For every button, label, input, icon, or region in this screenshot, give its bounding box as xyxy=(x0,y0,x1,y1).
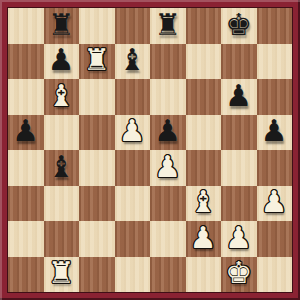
square-g8[interactable]: ♚ xyxy=(221,8,257,44)
square-e2[interactable] xyxy=(150,221,186,257)
square-g4[interactable] xyxy=(221,150,257,186)
black-pawn: ♟ xyxy=(261,116,288,146)
black-bishop: ♝ xyxy=(119,45,146,75)
square-c7[interactable]: ♜ xyxy=(79,44,115,80)
square-b2[interactable] xyxy=(44,221,80,257)
square-a3[interactable] xyxy=(8,186,44,222)
square-a1[interactable] xyxy=(8,257,44,293)
square-e8[interactable]: ♜ xyxy=(150,8,186,44)
square-c4[interactable] xyxy=(79,150,115,186)
square-d6[interactable] xyxy=(115,79,151,115)
chess-board-frame: ♜♜♚♟♜♝♝♟♟♟♟♟♝♟♝♟♟♟♜♚ xyxy=(0,0,300,300)
square-h4[interactable] xyxy=(257,150,293,186)
square-d7[interactable]: ♝ xyxy=(115,44,151,80)
white-king: ♚ xyxy=(225,258,252,288)
square-h8[interactable] xyxy=(257,8,293,44)
white-bishop: ♝ xyxy=(190,187,217,217)
square-d1[interactable] xyxy=(115,257,151,293)
square-e7[interactable] xyxy=(150,44,186,80)
square-a4[interactable] xyxy=(8,150,44,186)
square-a8[interactable] xyxy=(8,8,44,44)
square-b8[interactable]: ♜ xyxy=(44,8,80,44)
square-e3[interactable] xyxy=(150,186,186,222)
white-rook: ♜ xyxy=(48,258,75,288)
black-king: ♚ xyxy=(225,10,252,40)
square-e1[interactable] xyxy=(150,257,186,293)
black-rook: ♜ xyxy=(48,10,75,40)
square-f1[interactable] xyxy=(186,257,222,293)
white-pawn: ♟ xyxy=(154,152,181,182)
square-e6[interactable] xyxy=(150,79,186,115)
square-h2[interactable] xyxy=(257,221,293,257)
black-bishop: ♝ xyxy=(48,152,75,182)
square-c1[interactable] xyxy=(79,257,115,293)
square-g1[interactable]: ♚ xyxy=(221,257,257,293)
square-e5[interactable]: ♟ xyxy=(150,115,186,151)
square-c8[interactable] xyxy=(79,8,115,44)
black-pawn: ♟ xyxy=(154,116,181,146)
square-g7[interactable] xyxy=(221,44,257,80)
white-rook: ♜ xyxy=(83,45,110,75)
square-b6[interactable]: ♝ xyxy=(44,79,80,115)
square-g3[interactable] xyxy=(221,186,257,222)
square-d3[interactable] xyxy=(115,186,151,222)
black-rook: ♜ xyxy=(154,10,181,40)
square-f7[interactable] xyxy=(186,44,222,80)
square-f3[interactable]: ♝ xyxy=(186,186,222,222)
black-pawn: ♟ xyxy=(225,81,252,111)
square-f4[interactable] xyxy=(186,150,222,186)
white-pawn: ♟ xyxy=(119,116,146,146)
square-b4[interactable]: ♝ xyxy=(44,150,80,186)
square-f5[interactable] xyxy=(186,115,222,151)
square-d2[interactable] xyxy=(115,221,151,257)
square-d8[interactable] xyxy=(115,8,151,44)
square-b7[interactable]: ♟ xyxy=(44,44,80,80)
square-h3[interactable]: ♟ xyxy=(257,186,293,222)
square-a7[interactable] xyxy=(8,44,44,80)
square-e4[interactable]: ♟ xyxy=(150,150,186,186)
square-f8[interactable] xyxy=(186,8,222,44)
square-d4[interactable] xyxy=(115,150,151,186)
square-a2[interactable] xyxy=(8,221,44,257)
square-a5[interactable]: ♟ xyxy=(8,115,44,151)
square-f6[interactable] xyxy=(186,79,222,115)
black-pawn: ♟ xyxy=(12,116,39,146)
square-d5[interactable]: ♟ xyxy=(115,115,151,151)
square-h7[interactable] xyxy=(257,44,293,80)
black-pawn: ♟ xyxy=(48,45,75,75)
square-c3[interactable] xyxy=(79,186,115,222)
square-g2[interactable]: ♟ xyxy=(221,221,257,257)
square-b3[interactable] xyxy=(44,186,80,222)
square-c5[interactable] xyxy=(79,115,115,151)
square-f2[interactable]: ♟ xyxy=(186,221,222,257)
square-b1[interactable]: ♜ xyxy=(44,257,80,293)
white-pawn: ♟ xyxy=(190,223,217,253)
chess-board: ♜♜♚♟♜♝♝♟♟♟♟♟♝♟♝♟♟♟♜♚ xyxy=(8,8,292,292)
square-h5[interactable]: ♟ xyxy=(257,115,293,151)
white-pawn: ♟ xyxy=(225,223,252,253)
square-c6[interactable] xyxy=(79,79,115,115)
square-a6[interactable] xyxy=(8,79,44,115)
square-b5[interactable] xyxy=(44,115,80,151)
square-h1[interactable] xyxy=(257,257,293,293)
white-pawn: ♟ xyxy=(261,187,288,217)
square-c2[interactable] xyxy=(79,221,115,257)
square-h6[interactable] xyxy=(257,79,293,115)
square-g6[interactable]: ♟ xyxy=(221,79,257,115)
square-g5[interactable] xyxy=(221,115,257,151)
white-bishop: ♝ xyxy=(48,81,75,111)
